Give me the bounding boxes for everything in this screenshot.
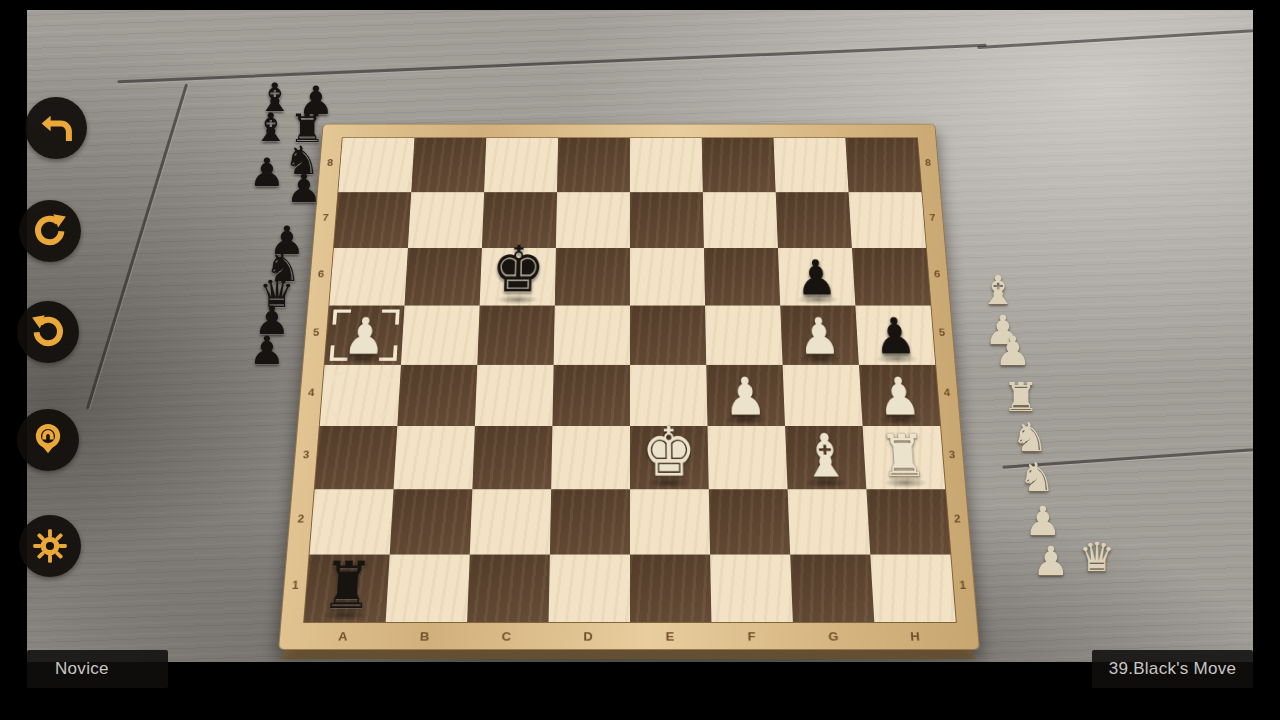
square-g6[interactable]: ♟	[778, 248, 855, 306]
square-c1[interactable]	[467, 555, 550, 622]
move-indicator-label: 39.Black's Move	[1109, 659, 1237, 679]
square-b7[interactable]	[408, 192, 484, 248]
square-f5[interactable]	[705, 306, 783, 365]
square-c4[interactable]	[475, 365, 554, 426]
square-g7[interactable]	[776, 192, 852, 248]
undo-button[interactable]	[25, 97, 87, 159]
settings-button[interactable]	[19, 515, 81, 577]
file-label-F: F	[741, 629, 761, 643]
rank-label-7-right: 7	[923, 212, 942, 223]
counterclockwise-arrow-icon	[30, 314, 66, 350]
square-f3[interactable]	[707, 426, 787, 489]
square-a3[interactable]	[315, 426, 398, 489]
move-status-strip: 39.Black's Move	[1092, 650, 1253, 688]
white-bishop-g3[interactable]: ♝	[800, 426, 851, 486]
square-c6[interactable]: ♚	[480, 248, 556, 306]
rank-label-6-right: 6	[928, 269, 947, 280]
white-king-e3[interactable]: ♚	[642, 418, 697, 486]
captured-white-pawn: ♟	[995, 332, 1032, 372]
square-f4[interactable]: ♟	[706, 365, 785, 426]
square-b5[interactable]	[401, 306, 480, 365]
square-c8[interactable]	[484, 138, 558, 192]
square-a4[interactable]	[320, 365, 401, 426]
white-pawn-f4[interactable]: ♟	[724, 371, 768, 423]
square-d2[interactable]	[550, 489, 630, 554]
file-label-G: G	[823, 629, 844, 643]
square-h2[interactable]	[866, 489, 950, 554]
rank-label-3-left: 3	[296, 449, 316, 461]
square-h3[interactable]: ♜	[863, 426, 946, 489]
square-c5[interactable]	[477, 306, 554, 365]
square-e6[interactable]	[630, 248, 705, 306]
captured-black-pawn: ♟	[249, 330, 285, 369]
captured-white-knight: ♞	[1019, 458, 1056, 498]
square-a5[interactable]: ♟	[325, 306, 405, 365]
square-h4[interactable]: ♟	[859, 365, 940, 426]
rank-label-7-left: 7	[316, 212, 335, 223]
square-g1[interactable]	[790, 555, 874, 622]
file-label-H: H	[905, 629, 926, 643]
lightbulb-icon	[30, 422, 66, 458]
square-g8[interactable]	[774, 138, 849, 192]
rank-label-6-left: 6	[311, 269, 330, 280]
difficulty-label: Novice	[55, 659, 109, 679]
square-g4[interactable]	[783, 365, 863, 426]
file-label-C: C	[496, 629, 516, 643]
square-d7[interactable]	[556, 192, 630, 248]
captured-black-pawn: ♟	[286, 168, 322, 207]
captured-white-queen: ♛	[1079, 538, 1116, 578]
file-label-A: A	[332, 629, 353, 643]
square-b2[interactable]	[390, 489, 473, 554]
rank-label-5-right: 5	[932, 327, 951, 338]
redo-button[interactable]	[19, 200, 81, 262]
square-f6[interactable]	[704, 248, 780, 306]
square-d4[interactable]	[552, 365, 630, 426]
rank-label-8-left: 8	[321, 158, 339, 168]
square-a8[interactable]	[338, 138, 414, 192]
square-b3[interactable]	[394, 426, 475, 489]
black-king-c6[interactable]: ♚	[490, 238, 546, 302]
rank-label-4-right: 4	[937, 387, 957, 399]
rank-label-8-right: 8	[919, 158, 937, 168]
square-e7[interactable]	[630, 192, 704, 248]
square-e5[interactable]	[630, 306, 706, 365]
difficulty-status-strip: Novice	[27, 650, 168, 688]
wood-plank-seam	[977, 26, 1253, 49]
board-grid: ♚♟♟♟♟♟♟♚♝♜♜	[303, 137, 957, 623]
square-e8[interactable]	[630, 138, 703, 192]
white-pawn-h4[interactable]: ♟	[877, 371, 923, 423]
wood-plank-seam	[117, 44, 986, 83]
square-d3[interactable]	[551, 426, 630, 489]
square-d1[interactable]	[549, 555, 630, 622]
captured-white-pawn: ♟	[1025, 502, 1062, 542]
square-h6[interactable]	[852, 248, 931, 306]
white-pawn-a5[interactable]: ♟	[342, 311, 387, 361]
square-e3[interactable]: ♚	[630, 426, 709, 489]
black-pawn-g6[interactable]: ♟	[795, 254, 838, 303]
square-h5[interactable]: ♟	[855, 306, 935, 365]
square-e2[interactable]	[630, 489, 710, 554]
square-f2[interactable]	[709, 489, 790, 554]
square-a7[interactable]	[334, 192, 411, 248]
wood-plank-seam	[86, 83, 188, 409]
captured-white-rook: ♜	[1003, 378, 1040, 418]
file-label-E: E	[660, 629, 680, 643]
square-d6[interactable]	[555, 248, 630, 306]
square-b1[interactable]	[386, 555, 470, 622]
square-h8[interactable]	[845, 138, 921, 192]
last-move-origin-marker	[366, 368, 396, 395]
square-d8[interactable]	[557, 138, 630, 192]
chess-board: ♚♟♟♟♟♟♟♚♝♜♜ ABCDEFGH8877665544332211	[278, 124, 980, 650]
square-a2[interactable]	[310, 489, 394, 554]
square-g2[interactable]	[788, 489, 871, 554]
rank-label-2-left: 2	[291, 513, 311, 525]
last-move-origin-marker	[325, 395, 356, 422]
square-c3[interactable]	[472, 426, 552, 489]
square-f7[interactable]	[703, 192, 778, 248]
last-move-origin-marker	[327, 368, 357, 395]
square-b8[interactable]	[411, 138, 486, 192]
undo-icon	[38, 110, 74, 146]
captured-black-pawn: ♟	[249, 152, 285, 191]
rank-label-5-left: 5	[306, 327, 325, 338]
captured-white-knight: ♞	[1012, 418, 1049, 458]
rank-label-2-right: 2	[947, 513, 967, 525]
square-a6[interactable]	[329, 248, 408, 306]
square-h1[interactable]	[870, 555, 955, 622]
redo-circular-arrow-icon	[32, 213, 68, 249]
captured-white-pawn: ♟	[1033, 542, 1070, 582]
hint-button[interactable]	[17, 409, 79, 471]
square-f8[interactable]	[702, 138, 776, 192]
white-rook-h3[interactable]: ♜	[878, 427, 929, 486]
last-move-origin-marker	[364, 395, 395, 422]
rank-label-3-right: 3	[942, 449, 962, 461]
captured-white-bishop: ♝	[980, 271, 1017, 311]
rank-label-1-right: 1	[952, 579, 973, 592]
square-h7[interactable]	[849, 192, 926, 248]
file-label-D: D	[578, 629, 598, 643]
square-d5[interactable]	[554, 306, 630, 365]
square-c2[interactable]	[470, 489, 551, 554]
black-pawn-h5[interactable]: ♟	[873, 311, 918, 361]
white-pawn-g5[interactable]: ♟	[798, 311, 842, 361]
rank-label-4-left: 4	[301, 387, 321, 399]
replay-button[interactable]	[17, 301, 79, 363]
square-a1[interactable]: ♜	[304, 555, 389, 622]
square-b4[interactable]	[397, 365, 477, 426]
square-g5[interactable]: ♟	[780, 306, 859, 365]
square-e1[interactable]	[630, 555, 711, 622]
file-label-B: B	[414, 629, 435, 643]
square-g3[interactable]: ♝	[785, 426, 866, 489]
gear-icon	[32, 528, 68, 564]
rank-label-1-left: 1	[285, 579, 306, 592]
black-rook-a1[interactable]: ♜	[320, 553, 375, 618]
square-f1[interactable]	[710, 555, 793, 622]
square-b6[interactable]	[404, 248, 481, 306]
